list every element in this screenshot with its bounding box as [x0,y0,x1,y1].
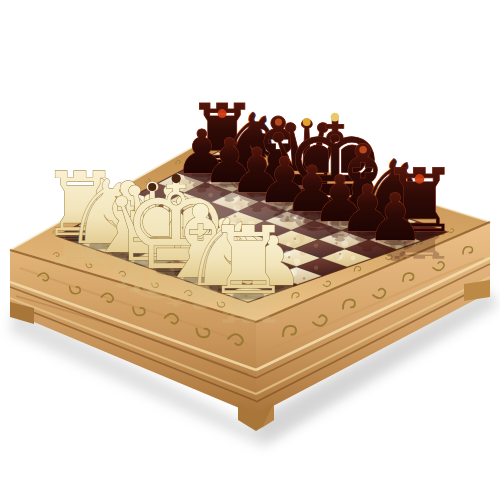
piece-white-rook[interactable]: ♜ [207,206,291,315]
piece-black-pawn[interactable]: ♟ [366,179,424,255]
chess-set-product-photo: ♜♜♞♞♟♟♝♝♟♟♛♛♟♟♟♟♚♚♟♟♝♝♟♟♞♞♟♟♟♟♜♜♟♟♜♜♟♟♟♟… [0,0,500,500]
king-dark-finial [172,174,181,183]
chess-board-photo: ♜♜♞♞♟♟♝♝♟♟♛♛♟♟♟♟♚♚♟♟♝♝♟♟♞♞♟♟♟♟♜♜♟♟♜♜♟♟♟♟… [0,0,500,500]
king-amber-cross-finial [331,113,340,122]
